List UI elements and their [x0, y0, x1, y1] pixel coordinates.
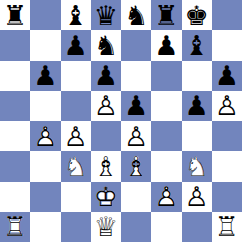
square-a4[interactable] — [0, 121, 30, 151]
black-bishop-piece: ♝ — [182, 30, 212, 60]
square-h3[interactable] — [212, 151, 242, 181]
black-pawn-piece: ♟ — [30, 61, 60, 91]
square-e4[interactable]: ♟♙ — [121, 121, 151, 151]
square-g8[interactable]: ♚ — [182, 0, 212, 30]
white-pawn-piece: ♟♙ — [182, 182, 212, 212]
square-c6[interactable] — [61, 61, 91, 91]
square-d1[interactable]: ♛♕ — [91, 212, 121, 242]
black-queen-piece: ♛ — [91, 0, 121, 30]
square-a1[interactable]: ♜♖ — [0, 212, 30, 242]
square-f7[interactable]: ♟ — [151, 30, 181, 60]
white-rook-piece: ♜♖ — [212, 212, 242, 242]
square-h4[interactable] — [212, 121, 242, 151]
square-d7[interactable]: ♞ — [91, 30, 121, 60]
square-f3[interactable] — [151, 151, 181, 181]
square-f8[interactable]: ♜ — [151, 0, 181, 30]
black-rook-piece: ♜ — [151, 0, 181, 30]
square-b3[interactable] — [30, 151, 60, 181]
square-b1[interactable] — [30, 212, 60, 242]
square-f6[interactable] — [151, 61, 181, 91]
square-c3[interactable]: ♞♘ — [61, 151, 91, 181]
square-d2[interactable]: ♚♔ — [91, 182, 121, 212]
black-pawn-piece: ♟ — [151, 30, 181, 60]
black-bishop-piece: ♝ — [61, 0, 91, 30]
square-d4[interactable] — [91, 121, 121, 151]
square-e2[interactable] — [121, 182, 151, 212]
square-b4[interactable]: ♟♙ — [30, 121, 60, 151]
square-g1[interactable] — [182, 212, 212, 242]
chess-board: ♜♝♛♞♜♚♟♞♟♝♟♟♟♟♙♟♟♟♙♟♙♟♙♟♙♞♘♝♗♝♗♞♘♚♔♟♙♟♙♜… — [0, 0, 242, 242]
black-pawn-piece: ♟ — [61, 30, 91, 60]
black-knight-piece: ♞ — [121, 0, 151, 30]
white-queen-piece: ♛♕ — [91, 212, 121, 242]
square-d6[interactable]: ♟ — [91, 61, 121, 91]
square-h6[interactable]: ♟ — [212, 61, 242, 91]
white-knight-piece: ♞♘ — [182, 151, 212, 181]
square-c7[interactable]: ♟ — [61, 30, 91, 60]
square-e8[interactable]: ♞ — [121, 0, 151, 30]
square-e3[interactable]: ♝♗ — [121, 151, 151, 181]
white-pawn-piece: ♟♙ — [151, 182, 181, 212]
white-pawn-piece: ♟♙ — [30, 121, 60, 151]
square-f1[interactable] — [151, 212, 181, 242]
square-e7[interactable] — [121, 30, 151, 60]
white-rook-piece: ♜♖ — [0, 212, 30, 242]
square-a6[interactable] — [0, 61, 30, 91]
white-pawn-piece: ♟♙ — [61, 121, 91, 151]
square-a8[interactable]: ♜ — [0, 0, 30, 30]
square-a2[interactable] — [0, 182, 30, 212]
square-d5[interactable]: ♟♙ — [91, 91, 121, 121]
square-a3[interactable] — [0, 151, 30, 181]
white-pawn-piece: ♟♙ — [212, 91, 242, 121]
square-d8[interactable]: ♛ — [91, 0, 121, 30]
square-e5[interactable]: ♟ — [121, 91, 151, 121]
square-c2[interactable] — [61, 182, 91, 212]
square-c1[interactable] — [61, 212, 91, 242]
black-rook-piece: ♜ — [0, 0, 30, 30]
black-pawn-piece: ♟ — [91, 61, 121, 91]
square-h1[interactable]: ♜♖ — [212, 212, 242, 242]
white-king-piece: ♚♔ — [91, 182, 121, 212]
square-g3[interactable]: ♞♘ — [182, 151, 212, 181]
square-b8[interactable] — [30, 0, 60, 30]
square-g2[interactable]: ♟♙ — [182, 182, 212, 212]
square-b2[interactable] — [30, 182, 60, 212]
square-g7[interactable]: ♝ — [182, 30, 212, 60]
white-pawn-piece: ♟♙ — [91, 91, 121, 121]
white-bishop-piece: ♝♗ — [121, 151, 151, 181]
square-d3[interactable]: ♝♗ — [91, 151, 121, 181]
square-a7[interactable] — [0, 30, 30, 60]
square-c4[interactable]: ♟♙ — [61, 121, 91, 151]
square-e6[interactable] — [121, 61, 151, 91]
white-pawn-piece: ♟♙ — [121, 121, 151, 151]
white-knight-piece: ♞♘ — [61, 151, 91, 181]
square-g4[interactable] — [182, 121, 212, 151]
black-pawn-piece: ♟ — [121, 91, 151, 121]
square-g6[interactable] — [182, 61, 212, 91]
black-knight-piece: ♞ — [91, 30, 121, 60]
square-h5[interactable]: ♟♙ — [212, 91, 242, 121]
white-bishop-piece: ♝♗ — [91, 151, 121, 181]
square-h7[interactable] — [212, 30, 242, 60]
square-f4[interactable] — [151, 121, 181, 151]
square-f2[interactable]: ♟♙ — [151, 182, 181, 212]
square-b5[interactable] — [30, 91, 60, 121]
square-a5[interactable] — [0, 91, 30, 121]
square-h2[interactable] — [212, 182, 242, 212]
square-g5[interactable]: ♟ — [182, 91, 212, 121]
square-e1[interactable] — [121, 212, 151, 242]
black-king-piece: ♚ — [182, 0, 212, 30]
square-c8[interactable]: ♝ — [61, 0, 91, 30]
square-b6[interactable]: ♟ — [30, 61, 60, 91]
square-c5[interactable] — [61, 91, 91, 121]
black-pawn-piece: ♟ — [182, 91, 212, 121]
square-h8[interactable] — [212, 0, 242, 30]
square-b7[interactable] — [30, 30, 60, 60]
square-f5[interactable] — [151, 91, 181, 121]
black-pawn-piece: ♟ — [212, 61, 242, 91]
